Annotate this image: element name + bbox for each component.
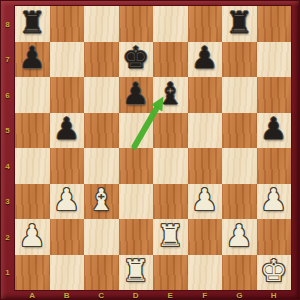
piece-white-rook[interactable]: ♜ — [157, 221, 184, 251]
square-a6[interactable] — [15, 77, 50, 113]
piece-black-pawn[interactable]: ♟ — [19, 43, 46, 73]
square-h4[interactable] — [257, 148, 292, 184]
piece-black-king[interactable]: ♚ — [122, 43, 149, 73]
piece-black-pawn[interactable]: ♟ — [191, 43, 218, 73]
square-b2[interactable] — [50, 219, 85, 255]
rank-label-6: 6 — [2, 90, 13, 99]
square-f5[interactable] — [188, 113, 223, 149]
square-b5[interactable]: ♟ — [50, 113, 85, 149]
square-a4[interactable] — [15, 148, 50, 184]
square-g5[interactable] — [222, 113, 257, 149]
piece-white-king[interactable]: ♚ — [260, 256, 287, 286]
square-e6[interactable]: ♝ — [153, 77, 188, 113]
square-a1[interactable] — [15, 255, 50, 291]
square-g8[interactable]: ♜ — [222, 6, 257, 42]
square-h2[interactable] — [257, 219, 292, 255]
square-h1[interactable]: ♚ — [257, 255, 292, 291]
square-c4[interactable] — [84, 148, 119, 184]
square-f1[interactable] — [188, 255, 223, 291]
piece-white-pawn[interactable]: ♟ — [226, 221, 253, 251]
square-f8[interactable] — [188, 6, 223, 42]
piece-black-pawn[interactable]: ♟ — [260, 114, 287, 144]
square-b8[interactable] — [50, 6, 85, 42]
square-c2[interactable] — [84, 219, 119, 255]
rank-label-5: 5 — [2, 126, 13, 135]
square-d4[interactable] — [119, 148, 154, 184]
square-e3[interactable] — [153, 184, 188, 220]
square-f6[interactable] — [188, 77, 223, 113]
square-b7[interactable] — [50, 42, 85, 78]
square-a5[interactable] — [15, 113, 50, 149]
piece-black-bishop[interactable]: ♝ — [157, 79, 184, 109]
rank-label-1: 1 — [2, 268, 13, 277]
square-g7[interactable] — [222, 42, 257, 78]
square-g3[interactable] — [222, 184, 257, 220]
piece-black-rook[interactable]: ♜ — [19, 8, 46, 38]
board-frame: ♜♜♟♚♟♟♝♟♟♟♝♟♟♟♜♟♜♚ 87654321ABCDEFGH — [0, 0, 300, 300]
rank-label-7: 7 — [2, 55, 13, 64]
square-d5[interactable] — [119, 113, 154, 149]
square-h6[interactable] — [257, 77, 292, 113]
square-h3[interactable]: ♟ — [257, 184, 292, 220]
piece-white-rook[interactable]: ♜ — [122, 256, 149, 286]
file-label-g: G — [233, 291, 245, 300]
piece-black-rook[interactable]: ♜ — [226, 8, 253, 38]
piece-white-pawn[interactable]: ♟ — [19, 221, 46, 251]
square-e8[interactable] — [153, 6, 188, 42]
square-a2[interactable]: ♟ — [15, 219, 50, 255]
chess-board: ♜♜♟♚♟♟♝♟♟♟♝♟♟♟♜♟♜♚ — [15, 6, 291, 290]
square-f3[interactable]: ♟ — [188, 184, 223, 220]
square-a7[interactable]: ♟ — [15, 42, 50, 78]
square-b1[interactable] — [50, 255, 85, 291]
square-c6[interactable] — [84, 77, 119, 113]
square-e4[interactable] — [153, 148, 188, 184]
square-h7[interactable] — [257, 42, 292, 78]
piece-white-bishop[interactable]: ♝ — [88, 185, 115, 215]
square-b3[interactable]: ♟ — [50, 184, 85, 220]
square-c1[interactable] — [84, 255, 119, 291]
file-label-d: D — [130, 291, 142, 300]
square-a8[interactable]: ♜ — [15, 6, 50, 42]
piece-white-pawn[interactable]: ♟ — [260, 185, 287, 215]
square-f2[interactable] — [188, 219, 223, 255]
square-e2[interactable]: ♜ — [153, 219, 188, 255]
square-b6[interactable] — [50, 77, 85, 113]
piece-white-pawn[interactable]: ♟ — [53, 185, 80, 215]
square-d1[interactable]: ♜ — [119, 255, 154, 291]
square-c7[interactable] — [84, 42, 119, 78]
file-label-a: A — [26, 291, 38, 300]
square-e7[interactable] — [153, 42, 188, 78]
square-b4[interactable] — [50, 148, 85, 184]
file-label-f: F — [199, 291, 211, 300]
square-d7[interactable]: ♚ — [119, 42, 154, 78]
square-g2[interactable]: ♟ — [222, 219, 257, 255]
rank-label-2: 2 — [2, 232, 13, 241]
square-f7[interactable]: ♟ — [188, 42, 223, 78]
square-g6[interactable] — [222, 77, 257, 113]
square-e1[interactable] — [153, 255, 188, 291]
square-h8[interactable] — [257, 6, 292, 42]
square-d3[interactable] — [119, 184, 154, 220]
square-g1[interactable] — [222, 255, 257, 291]
piece-black-pawn[interactable]: ♟ — [53, 114, 80, 144]
rank-label-3: 3 — [2, 197, 13, 206]
piece-white-pawn[interactable]: ♟ — [191, 185, 218, 215]
square-c5[interactable] — [84, 113, 119, 149]
file-label-c: C — [95, 291, 107, 300]
file-label-b: B — [61, 291, 73, 300]
square-c8[interactable] — [84, 6, 119, 42]
square-h5[interactable]: ♟ — [257, 113, 292, 149]
square-g4[interactable] — [222, 148, 257, 184]
square-e5[interactable] — [153, 113, 188, 149]
square-d8[interactable] — [119, 6, 154, 42]
rank-label-4: 4 — [2, 161, 13, 170]
square-d6[interactable]: ♟ — [119, 77, 154, 113]
rank-label-8: 8 — [2, 19, 13, 28]
piece-black-pawn[interactable]: ♟ — [122, 79, 149, 109]
square-f4[interactable] — [188, 148, 223, 184]
square-a3[interactable] — [15, 184, 50, 220]
file-label-h: H — [268, 291, 280, 300]
square-d2[interactable] — [119, 219, 154, 255]
file-label-e: E — [164, 291, 176, 300]
square-c3[interactable]: ♝ — [84, 184, 119, 220]
